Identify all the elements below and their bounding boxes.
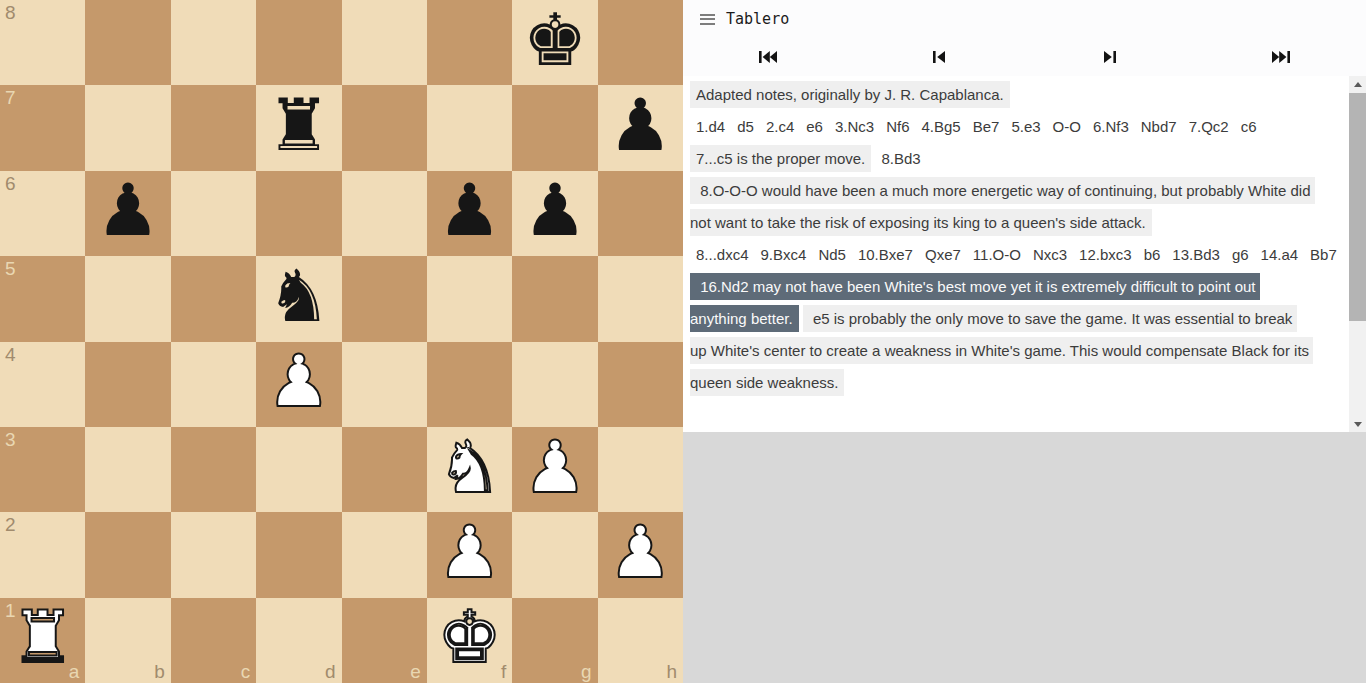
- annotation[interactable]: 7...c5 is the proper move.: [690, 145, 871, 172]
- square-c3[interactable]: [171, 427, 256, 512]
- panel-header: Tablero: [683, 0, 1366, 38]
- square-d5[interactable]: ♞: [256, 256, 341, 341]
- move-token[interactable]: Qxe7: [919, 241, 967, 268]
- square-a6[interactable]: 6: [0, 171, 85, 256]
- square-b4[interactable]: [85, 342, 170, 427]
- scroll-down-button[interactable]: [1349, 416, 1366, 432]
- square-b7[interactable]: [85, 85, 170, 170]
- move-token[interactable]: 5.e3: [1005, 113, 1046, 140]
- square-a8[interactable]: 8: [0, 0, 85, 85]
- square-e4[interactable]: [342, 342, 427, 427]
- square-d1[interactable]: d: [256, 598, 341, 683]
- side-panel: Tablero: [683, 0, 1366, 683]
- move-token[interactable]: 6.Nf3: [1087, 113, 1135, 140]
- note-block: Adapted notes, originally by J. R. Capab…: [690, 79, 1311, 111]
- annotation-text-area: Adapted notes, originally by J. R. Capab…: [683, 76, 1349, 432]
- move-token[interactable]: 3.Nc3: [829, 113, 880, 140]
- panel-background: [683, 432, 1366, 683]
- piece-black-king[interactable]: ♚: [523, 4, 588, 76]
- piece-white-pawn[interactable]: ♟: [608, 516, 673, 588]
- square-c2[interactable]: [171, 512, 256, 597]
- square-g2[interactable]: [512, 512, 597, 597]
- move-nav-bar: [683, 38, 1366, 76]
- hamburger-menu-icon[interactable]: [700, 11, 715, 27]
- square-f8[interactable]: [427, 0, 512, 85]
- square-c8[interactable]: [171, 0, 256, 85]
- rank-label: 6: [5, 174, 16, 193]
- square-e1[interactable]: e: [342, 598, 427, 683]
- step-forward-icon: [1104, 51, 1116, 63]
- piece-black-pawn[interactable]: ♟: [437, 174, 502, 246]
- square-h8[interactable]: [598, 0, 683, 85]
- move-token[interactable]: Be7: [967, 113, 1006, 140]
- chess-board: 8♚7♜♟6♟♟♟5♞4♟3♞♟2♟♟1a♜bcdef♚gh: [0, 0, 683, 683]
- square-f7[interactable]: [427, 85, 512, 170]
- square-e5[interactable]: [342, 256, 427, 341]
- square-e7[interactable]: [342, 85, 427, 170]
- note-block: 8.O-O-O would have been a much more ener…: [690, 175, 1311, 239]
- piece-black-pawn[interactable]: ♟: [523, 174, 588, 246]
- piece-white-king[interactable]: ♚: [437, 601, 502, 673]
- square-d8[interactable]: [256, 0, 341, 85]
- piece-white-knight[interactable]: ♞: [437, 431, 502, 503]
- notes-panel: Adapted notes, originally by J. R. Capab…: [683, 76, 1366, 432]
- piece-black-knight[interactable]: ♞: [267, 260, 332, 332]
- square-a1[interactable]: 1a♜: [0, 598, 85, 683]
- square-d3[interactable]: [256, 427, 341, 512]
- rank-label: 7: [5, 88, 16, 107]
- move-token[interactable]: 13.Bd3: [1166, 241, 1226, 268]
- rank-label: 8: [5, 3, 16, 22]
- moves-group: 1.d4d52.c4e63.Nc3Nf64.Bg5Be75.e3O-O6.Nf3…: [690, 113, 1263, 140]
- square-h2[interactable]: ♟: [598, 512, 683, 597]
- move-token[interactable]: 11.O-O: [967, 241, 1027, 268]
- file-label: g: [581, 662, 592, 681]
- next-move-button[interactable]: [1025, 38, 1196, 76]
- app-window: 8♚7♜♟6♟♟♟5♞4♟3♞♟2♟♟1a♜bcdef♚gh Tablero: [0, 0, 1366, 683]
- move-token[interactable]: e6: [800, 113, 829, 140]
- move-token[interactable]: Nf6: [880, 113, 915, 140]
- square-g5[interactable]: [512, 256, 597, 341]
- scroll-up-button[interactable]: [1349, 76, 1366, 92]
- piece-black-rook[interactable]: ♜: [267, 89, 332, 161]
- square-e8[interactable]: [342, 0, 427, 85]
- square-e6[interactable]: [342, 171, 427, 256]
- square-c4[interactable]: [171, 342, 256, 427]
- annotation[interactable]: Adapted notes, originally by J. R. Capab…: [690, 81, 1010, 108]
- move-token[interactable]: Nbd7: [1135, 113, 1183, 140]
- square-b2[interactable]: [85, 512, 170, 597]
- rank-label: 4: [5, 345, 16, 364]
- move-token[interactable]: 1.d4: [690, 113, 731, 140]
- move-token[interactable]: d5: [731, 113, 760, 140]
- move-token[interactable]: 2.c4: [760, 113, 800, 140]
- square-h3[interactable]: [598, 427, 683, 512]
- scroll-down-arrow-icon: [1354, 422, 1362, 431]
- square-g6[interactable]: ♟: [512, 171, 597, 256]
- square-c7[interactable]: [171, 85, 256, 170]
- piece-white-rook[interactable]: ♜: [10, 601, 75, 673]
- step-back-icon: [933, 51, 945, 63]
- square-a2[interactable]: 2: [0, 512, 85, 597]
- move-token[interactable]: Nd5: [812, 241, 852, 268]
- square-f6[interactable]: ♟: [427, 171, 512, 256]
- square-h1[interactable]: h: [598, 598, 683, 683]
- square-b1[interactable]: b: [85, 598, 170, 683]
- previous-move-button[interactable]: [854, 38, 1025, 76]
- square-a5[interactable]: 5: [0, 256, 85, 341]
- note-block: 1.d4d52.c4e63.Nc3Nf64.Bg5Be75.e3O-O6.Nf3…: [690, 111, 1311, 143]
- square-b6[interactable]: ♟: [85, 171, 170, 256]
- move-token[interactable]: 8.Bd3: [875, 145, 926, 172]
- square-a7[interactable]: 7: [0, 85, 85, 170]
- square-b5[interactable]: [85, 256, 170, 341]
- move-token[interactable]: 9.Bxc4: [755, 241, 813, 268]
- square-d7[interactable]: ♜: [256, 85, 341, 170]
- square-f4[interactable]: [427, 342, 512, 427]
- square-f2[interactable]: ♟: [427, 512, 512, 597]
- skip-to-end-icon: [1272, 51, 1290, 63]
- rank-label: 3: [5, 430, 16, 449]
- last-move-button[interactable]: [1195, 38, 1366, 76]
- move-token[interactable]: Bb7: [1304, 241, 1343, 268]
- move-token[interactable]: b6: [1138, 241, 1167, 268]
- square-b3[interactable]: [85, 427, 170, 512]
- file-label: d: [325, 662, 336, 681]
- scroll-up-arrow-icon: [1354, 78, 1362, 87]
- piece-black-pawn[interactable]: ♟: [96, 174, 161, 246]
- move-token[interactable]: g6: [1226, 241, 1255, 268]
- square-g1[interactable]: g: [512, 598, 597, 683]
- square-h5[interactable]: [598, 256, 683, 341]
- square-e3[interactable]: [342, 427, 427, 512]
- square-d4[interactable]: ♟: [256, 342, 341, 427]
- square-c6[interactable]: [171, 171, 256, 256]
- file-label: b: [154, 662, 165, 681]
- square-f3[interactable]: ♞: [427, 427, 512, 512]
- square-e2[interactable]: [342, 512, 427, 597]
- file-label: c: [241, 662, 251, 681]
- rank-label: 5: [5, 259, 16, 278]
- square-c1[interactable]: c: [171, 598, 256, 683]
- square-f1[interactable]: f♚: [427, 598, 512, 683]
- annotation[interactable]: 8.O-O-O would have been a much more ener…: [690, 177, 1315, 236]
- move-token[interactable]: 8...dxc4: [690, 241, 755, 268]
- square-a4[interactable]: 4: [0, 342, 85, 427]
- move-token[interactable]: c6: [1235, 113, 1263, 140]
- scrollbar[interactable]: [1349, 76, 1366, 432]
- rank-label: 2: [5, 515, 16, 534]
- piece-black-pawn[interactable]: ♟: [608, 89, 673, 161]
- square-c5[interactable]: [171, 256, 256, 341]
- note-block: 16.Nd2 may not have been White's best mo…: [690, 271, 1311, 399]
- square-d6[interactable]: [256, 171, 341, 256]
- first-move-button[interactable]: [683, 38, 854, 76]
- square-a3[interactable]: 3: [0, 427, 85, 512]
- piece-white-pawn[interactable]: ♟: [437, 516, 502, 588]
- scroll-thumb[interactable]: [1349, 93, 1366, 321]
- file-label: e: [410, 662, 421, 681]
- square-g8[interactable]: ♚: [512, 0, 597, 85]
- move-token[interactable]: 4.Bg5: [915, 113, 966, 140]
- move-token[interactable]: Nxc3: [1027, 241, 1073, 268]
- file-label: h: [666, 662, 677, 681]
- piece-white-pawn[interactable]: ♟: [523, 431, 588, 503]
- square-g3[interactable]: ♟: [512, 427, 597, 512]
- note-block: 8...dxc49.Bxc4Nd510.Bxe7Qxe711.O-ONxc312…: [690, 239, 1311, 271]
- moves-group: 8.Bd3: [875, 145, 926, 172]
- moves-group: 8...dxc49.Bxc4Nd510.Bxe7Qxe711.O-ONxc312…: [690, 241, 1349, 268]
- move-token[interactable]: 12.bxc3: [1073, 241, 1138, 268]
- move-token[interactable]: 7.Qc2: [1183, 113, 1235, 140]
- skip-to-start-icon: [759, 51, 777, 63]
- move-token[interactable]: O-O: [1047, 113, 1087, 140]
- square-f5[interactable]: [427, 256, 512, 341]
- panel-title: Tablero: [726, 10, 789, 28]
- square-h6[interactable]: [598, 171, 683, 256]
- square-g4[interactable]: [512, 342, 597, 427]
- square-h4[interactable]: [598, 342, 683, 427]
- note-block: 7...c5 is the proper move. 8.Bd3: [690, 143, 1311, 175]
- square-d2[interactable]: [256, 512, 341, 597]
- move-token[interactable]: 10.Bxe7: [852, 241, 919, 268]
- square-h7[interactable]: ♟: [598, 85, 683, 170]
- piece-white-pawn[interactable]: ♟: [267, 345, 332, 417]
- move-token[interactable]: 14.a4: [1255, 241, 1305, 268]
- square-g7[interactable]: [512, 85, 597, 170]
- square-b8[interactable]: [85, 0, 170, 85]
